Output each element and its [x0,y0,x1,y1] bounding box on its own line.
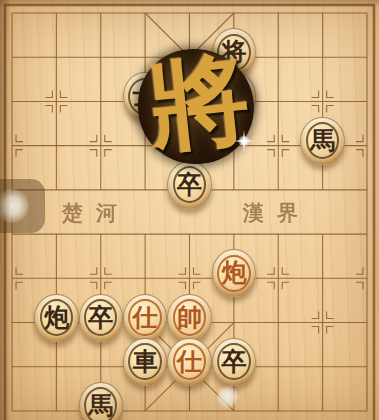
board-point-f3r5[interactable] [123,212,167,256]
board-point-f5r8[interactable]: 卒 [212,345,256,389]
board-point-f2r0[interactable] [79,0,123,35]
piece-glyph: 帥 [177,305,202,330]
board-point-f7r7[interactable] [300,300,344,344]
piece-glyph: 炮 [44,305,69,330]
board-point-f6r5[interactable] [256,212,300,256]
board-point-f3r4[interactable] [123,168,167,212]
board-point-f3r2[interactable]: 士 [123,79,167,123]
board-point-f7r4[interactable] [300,168,344,212]
board-point-f1r5[interactable] [34,212,78,256]
board-point-f5r3[interactable] [212,124,256,168]
piece-glyph: 仕 [177,349,202,374]
piece-glyph: 士 [221,83,246,108]
board-point-f6r0[interactable] [256,0,300,35]
board-point-f6r4[interactable] [256,168,300,212]
board-point-f8r8[interactable] [345,345,379,389]
board-point-f2r3[interactable] [79,124,123,168]
board-point-f6r2[interactable] [256,79,300,123]
board-point-f3r3[interactable] [123,124,167,168]
red-general[interactable]: 帥 [167,294,211,342]
black-chariot[interactable]: 車 [123,338,167,386]
black-advisor[interactable]: 士 [123,72,167,120]
board-point-f0r1[interactable] [0,35,34,79]
board-point-f6r9[interactable] [256,389,300,420]
board-point-f0r2[interactable] [0,79,34,123]
board-point-f8r7[interactable] [345,300,379,344]
piece-glyph: 卒 [177,172,202,197]
board-point-f4r0[interactable] [167,0,211,35]
board-point-f1r2[interactable] [34,79,78,123]
board-point-f6r1[interactable] [256,35,300,79]
board-point-f3r8[interactable]: 車 [123,345,167,389]
red-cannon[interactable]: 炮 [212,249,256,297]
board-point-f6r6[interactable] [256,256,300,300]
board-point-f5r2[interactable]: 士 [212,79,256,123]
piece-glyph: 馬 [88,393,113,418]
board-point-f8r6[interactable] [345,256,379,300]
black-advisor[interactable]: 士 [212,72,256,120]
black-horse[interactable]: 馬 [300,117,344,165]
board-point-f6r8[interactable] [256,345,300,389]
board-point-f0r8[interactable] [0,345,34,389]
board-point-f2r5[interactable] [79,212,123,256]
board-point-f6r3[interactable] [256,124,300,168]
red-advisor[interactable]: 仕 [167,338,211,386]
board-point-f0r6[interactable] [0,256,34,300]
board-point-f4r9[interactable] [167,389,211,420]
board-point-f1r7[interactable]: 炮 [34,300,78,344]
board-point-f0r3[interactable] [0,124,34,168]
board-point-f4r4[interactable]: 卒 [167,168,211,212]
board-point-f8r0[interactable] [345,0,379,35]
board-point-f0r0[interactable] [0,0,34,35]
black-general[interactable]: 将 [212,28,256,76]
board-point-f4r5[interactable] [167,212,211,256]
piece-glyph: 仕 [133,305,158,330]
board-point-f7r8[interactable] [300,345,344,389]
board-point-f7r0[interactable] [300,0,344,35]
board-point-f2r7[interactable]: 卒 [79,300,123,344]
xiangqi-app: 将 士 士 馬 卒 炮 炮 卒 仕 帥 車 [0,0,379,420]
board-point-f7r6[interactable] [300,256,344,300]
black-soldier[interactable]: 卒 [167,161,211,209]
board-point-f8r4[interactable] [345,168,379,212]
piece-glyph: 卒 [88,305,113,330]
board-point-f8r2[interactable] [345,79,379,123]
board-point-f5r4[interactable] [212,168,256,212]
board-point-f2r2[interactable] [79,79,123,123]
board-point-f4r8[interactable]: 仕 [167,345,211,389]
board-point-f6r7[interactable] [256,300,300,344]
board-point-f1r4[interactable] [34,168,78,212]
board-point-f0r4[interactable] [0,168,34,212]
board-point-f1r3[interactable] [34,124,78,168]
board-point-f8r3[interactable] [345,124,379,168]
board-point-f1r0[interactable] [34,0,78,35]
board-point-f8r9[interactable] [345,389,379,420]
board-point-f7r9[interactable] [300,389,344,420]
board-point-f3r9[interactable] [123,389,167,420]
board-point-f0r5[interactable] [0,212,34,256]
board-point-f2r4[interactable] [79,168,123,212]
board-point-f5r9[interactable] [212,389,256,420]
piece-glyph: 馬 [310,128,335,153]
board-point-f7r3[interactable]: 馬 [300,124,344,168]
board-point-f7r1[interactable] [300,35,344,79]
board-point-f3r0[interactable] [123,0,167,35]
black-soldier[interactable]: 卒 [212,338,256,386]
board-point-f0r7[interactable] [0,300,34,344]
red-advisor[interactable]: 仕 [123,294,167,342]
piece-glyph: 炮 [221,260,246,285]
piece-glyph: 将 [221,39,246,64]
board-point-f2r1[interactable] [79,35,123,79]
board-point-f0r9[interactable] [0,389,34,420]
board-point-f2r9[interactable]: 馬 [79,389,123,420]
xiangqi-board: 将 士 士 馬 卒 炮 炮 卒 仕 帥 車 [0,0,379,420]
board-point-f1r9[interactable] [34,389,78,420]
piece-glyph: 士 [133,83,158,108]
piece-glyph: 卒 [221,349,246,374]
board-point-f4r1[interactable] [167,35,211,79]
board-point-f8r5[interactable] [345,212,379,256]
piece-glyph: 車 [133,349,158,374]
board-point-f1r8[interactable] [34,345,78,389]
black-cannon[interactable]: 炮 [34,294,78,342]
board-point-f4r2[interactable] [167,79,211,123]
board-point-f1r1[interactable] [34,35,78,79]
black-soldier[interactable]: 卒 [79,294,123,342]
board-point-f5r6[interactable]: 炮 [212,256,256,300]
board-point-f8r1[interactable] [345,35,379,79]
board-point-f7r5[interactable] [300,212,344,256]
